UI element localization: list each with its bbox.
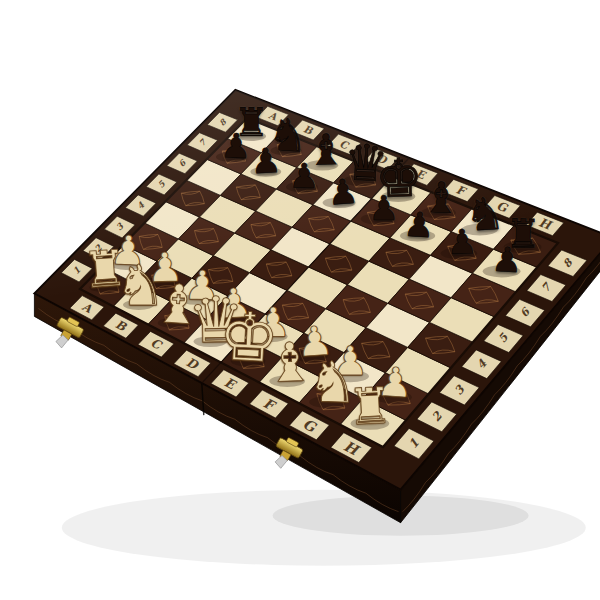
piece-black-pawn[interactable]: ♟ (250, 143, 282, 179)
piece-black-pawn[interactable]: ♟ (368, 191, 399, 225)
piece-white-rook[interactable]: ♜ (346, 381, 393, 433)
piece-black-pawn[interactable]: ♟ (402, 206, 435, 242)
piece-black-pawn[interactable]: ♟ (490, 242, 522, 278)
piece-black-pawn[interactable]: ♟ (288, 158, 319, 193)
chess-board: AA11BB22CC33DD44EE55FF66GG77HH88 (0, 0, 600, 600)
piece-black-pawn[interactable]: ♟ (327, 173, 360, 209)
piece-black-pawn[interactable]: ♟ (446, 225, 477, 260)
chess-set-photo: AA11BB22CC33DD44EE55FF66GG77HH88 ♜♞♝♛♚♝♞… (0, 0, 600, 600)
piece-black-pawn[interactable]: ♟ (220, 128, 252, 163)
